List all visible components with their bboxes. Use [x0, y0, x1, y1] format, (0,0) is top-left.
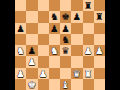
square-e4[interactable]: ♛ [60, 45, 71, 56]
square-b3[interactable]: ♟ [26, 56, 37, 67]
white-queen[interactable]: ♛ [73, 68, 82, 79]
square-c5[interactable] [38, 34, 49, 45]
square-b2[interactable] [26, 68, 37, 79]
square-e5[interactable]: ♞ [60, 34, 71, 45]
square-g5[interactable] [83, 34, 94, 45]
square-c6[interactable] [38, 23, 49, 34]
black-rook[interactable]: ♜ [95, 11, 104, 22]
square-d4[interactable]: ♞ [49, 45, 60, 56]
square-h4[interactable]: ♟ [94, 45, 105, 56]
square-g4[interactable]: ♟ [83, 45, 94, 56]
black-knight[interactable]: ♞ [61, 34, 70, 45]
square-a4[interactable]: ♞ [15, 45, 26, 56]
black-knight[interactable]: ♞ [50, 11, 59, 22]
white-knight[interactable]: ♞ [16, 45, 25, 56]
square-h2[interactable] [94, 68, 105, 79]
black-pawn[interactable]: ♟ [28, 45, 37, 56]
square-f3[interactable] [71, 56, 82, 67]
square-e6[interactable]: ♟ [60, 23, 71, 34]
white-pawn[interactable]: ♟ [39, 68, 48, 79]
black-queen[interactable]: ♛ [61, 45, 70, 56]
square-h3[interactable] [94, 56, 105, 67]
white-king[interactable]: ♚ [28, 79, 37, 90]
square-h5[interactable] [94, 34, 105, 45]
square-a2[interactable]: ♟ [15, 68, 26, 79]
square-g1[interactable] [83, 79, 94, 90]
square-b7[interactable] [26, 11, 37, 22]
white-pawn[interactable]: ♟ [16, 68, 25, 79]
white-pawn[interactable]: ♟ [84, 45, 93, 56]
square-d2[interactable] [49, 68, 60, 79]
white-pawn[interactable]: ♟ [28, 56, 37, 67]
square-h7[interactable]: ♜ [94, 11, 105, 22]
square-f1[interactable] [71, 79, 82, 90]
square-c3[interactable] [38, 56, 49, 67]
square-d3[interactable] [49, 56, 60, 67]
square-a5[interactable] [15, 34, 26, 45]
square-e2[interactable] [60, 68, 71, 79]
square-h8[interactable] [94, 0, 105, 11]
square-a7[interactable] [15, 11, 26, 22]
chess-board: ♜♞♚♟♜♟♟♟♞♞♟♞♛♟♟♟♟♟♛♜♚♝ [15, 0, 105, 90]
square-b5[interactable] [26, 34, 37, 45]
square-h1[interactable] [94, 79, 105, 90]
square-f2[interactable]: ♛ [71, 68, 82, 79]
square-g2[interactable]: ♜ [83, 68, 94, 79]
square-b8[interactable] [26, 0, 37, 11]
white-bishop[interactable]: ♝ [61, 79, 70, 90]
square-h6[interactable] [94, 23, 105, 34]
square-g8[interactable]: ♜ [83, 0, 94, 11]
square-d7[interactable]: ♞ [49, 11, 60, 22]
black-pawn[interactable]: ♟ [16, 23, 25, 34]
square-d8[interactable] [49, 0, 60, 11]
app-background: ♜♞♚♟♜♟♟♟♞♞♟♞♛♟♟♟♟♟♛♜♚♝ [0, 0, 120, 90]
square-a6[interactable]: ♟ [15, 23, 26, 34]
square-e7[interactable]: ♚ [60, 11, 71, 22]
square-f5[interactable] [71, 34, 82, 45]
white-pawn[interactable]: ♟ [95, 45, 104, 56]
square-e8[interactable] [60, 0, 71, 11]
white-rook[interactable]: ♜ [84, 68, 93, 79]
square-b4[interactable]: ♟ [26, 45, 37, 56]
square-d6[interactable]: ♟ [49, 23, 60, 34]
square-c7[interactable] [38, 11, 49, 22]
black-pawn[interactable]: ♟ [73, 11, 82, 22]
square-d1[interactable] [49, 79, 60, 90]
square-a8[interactable] [15, 0, 26, 11]
square-b6[interactable] [26, 23, 37, 34]
square-e3[interactable] [60, 56, 71, 67]
square-e1[interactable]: ♝ [60, 79, 71, 90]
square-b1[interactable]: ♚ [26, 79, 37, 90]
black-pawn[interactable]: ♟ [61, 23, 70, 34]
square-f4[interactable] [71, 45, 82, 56]
square-f7[interactable]: ♟ [71, 11, 82, 22]
black-rook[interactable]: ♜ [84, 0, 93, 11]
square-g7[interactable] [83, 11, 94, 22]
square-g6[interactable] [83, 23, 94, 34]
square-c2[interactable]: ♟ [38, 68, 49, 79]
square-c1[interactable] [38, 79, 49, 90]
square-f8[interactable] [71, 0, 82, 11]
square-a3[interactable] [15, 56, 26, 67]
square-c8[interactable] [38, 0, 49, 11]
square-g3[interactable] [83, 56, 94, 67]
white-knight[interactable]: ♞ [50, 45, 59, 56]
square-a1[interactable] [15, 79, 26, 90]
square-c4[interactable] [38, 45, 49, 56]
square-f6[interactable] [71, 23, 82, 34]
black-king[interactable]: ♚ [61, 11, 70, 22]
black-pawn[interactable]: ♟ [50, 23, 59, 34]
square-d5[interactable] [49, 34, 60, 45]
